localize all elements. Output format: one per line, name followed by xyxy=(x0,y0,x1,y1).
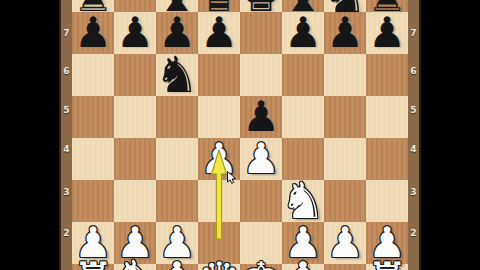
square-f7[interactable]: ♟ xyxy=(282,12,324,54)
square-e5[interactable]: ♟ xyxy=(240,96,282,138)
square-e4[interactable]: ♟ xyxy=(240,138,282,180)
square-g3[interactable] xyxy=(324,180,366,222)
square-g5[interactable] xyxy=(324,96,366,138)
square-e8[interactable]: ♚ xyxy=(240,0,282,12)
square-d4[interactable]: ♟ xyxy=(198,138,240,180)
rank-label-5: 5 xyxy=(408,105,419,115)
square-a1[interactable]: ♜ xyxy=(72,264,114,270)
square-a3[interactable] xyxy=(72,180,114,222)
piece-white-rook[interactable]: ♜ xyxy=(366,256,407,270)
chess-board[interactable]: ♜♝♛♚♝♞♜♟♟♟♟♟♟♟♞♟♟♟♞♟♟♟♟♟♟♜♞♝♛♚♝♜ xyxy=(72,0,408,270)
square-f5[interactable] xyxy=(282,96,324,138)
square-d7[interactable]: ♟ xyxy=(198,12,240,54)
piece-white-rook[interactable]: ♜ xyxy=(72,256,113,270)
square-f6[interactable] xyxy=(282,54,324,96)
piece-black-pawn[interactable]: ♟ xyxy=(284,12,322,54)
square-d3[interactable] xyxy=(198,180,240,222)
square-h3[interactable] xyxy=(366,180,408,222)
square-b1[interactable]: ♞ xyxy=(114,264,156,270)
piece-white-bishop[interactable]: ♝ xyxy=(282,256,323,270)
square-b7[interactable]: ♟ xyxy=(114,12,156,54)
square-e6[interactable] xyxy=(240,54,282,96)
piece-white-bishop[interactable]: ♝ xyxy=(156,256,197,270)
square-d5[interactable] xyxy=(198,96,240,138)
piece-black-pawn[interactable]: ♟ xyxy=(74,12,112,54)
piece-black-pawn[interactable]: ♟ xyxy=(242,96,280,138)
square-g4[interactable] xyxy=(324,138,366,180)
square-e3[interactable] xyxy=(240,180,282,222)
piece-black-pawn[interactable]: ♟ xyxy=(200,12,238,54)
square-h7[interactable]: ♟ xyxy=(366,12,408,54)
square-a7[interactable]: ♟ xyxy=(72,12,114,54)
square-h4[interactable] xyxy=(366,138,408,180)
rank-label-4: 4 xyxy=(61,144,72,154)
square-g2[interactable]: ♟ xyxy=(324,222,366,264)
board-border-right: 765432 xyxy=(408,0,421,270)
square-c6[interactable]: ♞ xyxy=(156,54,198,96)
piece-white-pawn[interactable]: ♟ xyxy=(242,138,280,180)
square-g6[interactable] xyxy=(324,54,366,96)
square-e1[interactable]: ♚ xyxy=(240,264,282,270)
square-a4[interactable] xyxy=(72,138,114,180)
rank-label-7: 7 xyxy=(408,28,419,38)
piece-black-knight[interactable]: ♞ xyxy=(155,50,200,100)
piece-white-knight[interactable]: ♞ xyxy=(113,254,158,270)
square-b4[interactable] xyxy=(114,138,156,180)
rank-label-3: 3 xyxy=(61,187,72,197)
rank-label-5: 5 xyxy=(61,105,72,115)
piece-black-king[interactable]: ♚ xyxy=(240,0,281,18)
rank-label-7: 7 xyxy=(61,28,72,38)
video-frame: 765432 ♜♝♛♚♝♞♜♟♟♟♟♟♟♟♞♟♟♟♞♟♟♟♟♟♟♜♞♝♛♚♝♜ … xyxy=(0,0,480,270)
square-d6[interactable] xyxy=(198,54,240,96)
board-border-left: 765432 xyxy=(59,0,72,270)
square-b5[interactable] xyxy=(114,96,156,138)
piece-white-pawn[interactable]: ♟ xyxy=(200,138,238,180)
square-h5[interactable] xyxy=(366,96,408,138)
piece-white-king[interactable]: ♚ xyxy=(240,256,281,270)
piece-white-pawn[interactable]: ♟ xyxy=(326,222,364,264)
square-a6[interactable] xyxy=(72,54,114,96)
square-a5[interactable] xyxy=(72,96,114,138)
square-g7[interactable]: ♟ xyxy=(324,12,366,54)
rank-label-3: 3 xyxy=(408,187,419,197)
piece-white-queen[interactable]: ♛ xyxy=(198,256,239,270)
rank-label-6: 6 xyxy=(408,66,419,76)
square-c1[interactable]: ♝ xyxy=(156,264,198,270)
square-c3[interactable] xyxy=(156,180,198,222)
square-c4[interactable] xyxy=(156,138,198,180)
piece-black-pawn[interactable]: ♟ xyxy=(116,12,154,54)
square-f3[interactable]: ♞ xyxy=(282,180,324,222)
square-h6[interactable] xyxy=(366,54,408,96)
square-h1[interactable]: ♜ xyxy=(366,264,408,270)
rank-label-4: 4 xyxy=(408,144,419,154)
rank-label-2: 2 xyxy=(408,228,419,238)
piece-black-pawn[interactable]: ♟ xyxy=(326,12,364,54)
square-b3[interactable] xyxy=(114,180,156,222)
rank-label-2: 2 xyxy=(61,228,72,238)
square-f1[interactable]: ♝ xyxy=(282,264,324,270)
piece-black-pawn[interactable]: ♟ xyxy=(368,12,406,54)
square-d1[interactable]: ♛ xyxy=(198,264,240,270)
rank-label-6: 6 xyxy=(61,66,72,76)
square-b6[interactable] xyxy=(114,54,156,96)
